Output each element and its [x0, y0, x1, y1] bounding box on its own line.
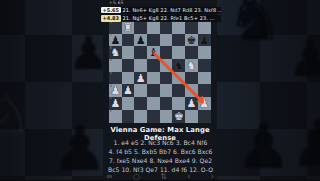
chess-board[interactable]: 8♜7♟♟♚♟6♞♝5♞♞4♟3♟♟2♟♟♟1♚ [109, 21, 211, 123]
square-b7[interactable] [122, 34, 135, 47]
rank-label: 2 [110, 97, 112, 100]
square-g2[interactable]: ♟ [185, 97, 198, 110]
square-d2[interactable] [147, 97, 160, 110]
square-b1[interactable] [122, 110, 135, 123]
square-g6[interactable] [185, 46, 198, 59]
square-d7[interactable] [147, 34, 160, 47]
square-e6[interactable] [160, 46, 173, 59]
square-h1[interactable] [198, 110, 211, 123]
piece-bP-a7: ♟ [109, 34, 122, 47]
engine-line-1[interactable]: +5.6521. Ne6+ Kg8 22. Nd7 Rd8 23. Nxf8 .… [100, 7, 221, 14]
piece-wK-f1: ♚ [172, 110, 185, 123]
engine-analysis-panel: +5.6521. Ne6+ Kg8 22. Nd7 Rd8 23. Nxf8 .… [100, 7, 221, 23]
square-a6[interactable]: 6♞ [109, 46, 122, 59]
square-a4[interactable]: 4 [109, 72, 122, 85]
piece-bP-c7: ♟ [134, 34, 147, 47]
square-b5[interactable] [122, 59, 135, 72]
playback-controls: ≡○⇅‹› [106, 172, 214, 181]
square-g3[interactable] [185, 84, 198, 97]
square-f4[interactable] [172, 72, 185, 85]
piece-wN-g5: ♞ [185, 59, 198, 72]
square-h3[interactable] [198, 84, 211, 97]
square-d5[interactable] [147, 59, 160, 72]
square-g8[interactable] [185, 21, 198, 34]
piece-bB-d6: ♝ [147, 46, 160, 59]
square-f5[interactable]: ♞ [172, 59, 185, 72]
square-e2[interactable] [160, 97, 173, 110]
square-c8[interactable] [134, 21, 147, 34]
piece-wP-a2: ♟ [109, 97, 122, 110]
square-b4[interactable] [122, 72, 135, 85]
square-g5[interactable]: ♞ [185, 59, 198, 72]
rank-label: 4 [110, 72, 112, 75]
square-d6[interactable]: ♝ [147, 46, 160, 59]
rank-label: 5 [110, 59, 112, 62]
square-d4[interactable] [147, 72, 160, 85]
square-h8[interactable] [198, 21, 211, 34]
square-h5[interactable] [198, 59, 211, 72]
square-g1[interactable] [185, 110, 198, 123]
square-g7[interactable]: ♚ [185, 34, 198, 47]
square-c4[interactable]: ♟ [134, 72, 147, 85]
square-h6[interactable] [198, 46, 211, 59]
square-g4[interactable] [185, 72, 198, 85]
square-a2[interactable]: 2♟ [109, 97, 122, 110]
square-h4[interactable] [198, 72, 211, 85]
square-h7[interactable]: ♟ [198, 34, 211, 47]
square-c6[interactable] [134, 46, 147, 59]
piece-wP-a3: ♟ [109, 84, 122, 97]
piece-bN-f5: ♞ [172, 59, 185, 72]
piece-wN-a6: ♞ [109, 46, 122, 59]
engine-line-2[interactable]: +4.8321. Ng5+ Kg8 22. Rfe1 Bc5+ 23. ... [100, 15, 221, 22]
square-a7[interactable]: 7♟ [109, 34, 122, 47]
square-d8[interactable] [147, 21, 160, 34]
square-e4[interactable] [160, 72, 173, 85]
move-list-line-2: 4. f4 b5 5. Bxb5 Bb7 6. Bxc6 Bxc6 [100, 147, 221, 156]
square-e8[interactable] [160, 21, 173, 34]
mini-eval-label: +5.65 [109, 0, 124, 5]
rank-label: 7 [110, 34, 112, 37]
square-c3[interactable] [134, 84, 147, 97]
square-d1[interactable] [147, 110, 160, 123]
piece-bK-g7: ♚ [185, 34, 198, 47]
piece-wP-g2: ♟ [185, 97, 198, 110]
back-icon[interactable]: ‹ [187, 172, 190, 181]
piece-bP-h7: ♟ [198, 34, 211, 47]
piece-wR-b8: ♜ [122, 21, 135, 34]
eval-badge: +5.65 [101, 7, 121, 13]
square-c1[interactable] [134, 110, 147, 123]
engine-moves: 21. Ng5+ Kg8 22. Rfe1 Bc5+ 23. ... [123, 15, 215, 21]
rank-label: 6 [110, 47, 112, 50]
square-e5[interactable] [160, 59, 173, 72]
square-c2[interactable] [134, 97, 147, 110]
square-a8[interactable]: 8 [109, 21, 122, 34]
square-a1[interactable]: 1 [109, 110, 122, 123]
square-e3[interactable] [160, 84, 173, 97]
square-a3[interactable]: 3♟ [109, 84, 122, 97]
rank-label: 3 [110, 85, 112, 88]
move-list-line-1: 1. e4 e5 2. Nc3 Nc6 3. Bc4 Nf6 [100, 138, 221, 147]
square-e7[interactable] [160, 34, 173, 47]
move-list-line-3: 7. fxe5 Nxe4 8. Nxe4 Bxe4 9. Qe2 [100, 156, 221, 165]
engine-moves: 21. Ne6+ Kg8 22. Nd7 Rd8 23. Nxf8 ... [123, 7, 221, 13]
menu-icon[interactable]: ≡ [106, 172, 113, 181]
square-c5[interactable] [134, 59, 147, 72]
square-f2[interactable] [172, 97, 185, 110]
analysis-icon[interactable]: ○ [133, 172, 140, 181]
rank-label: 1 [110, 110, 112, 113]
square-f8[interactable] [172, 21, 185, 34]
square-f3[interactable] [172, 84, 185, 97]
square-b6[interactable] [122, 46, 135, 59]
square-f7[interactable] [172, 34, 185, 47]
square-h2[interactable]: ♟ [198, 97, 211, 110]
square-a5[interactable]: 5 [109, 59, 122, 72]
piece-wP-c4: ♟ [134, 72, 147, 85]
eval-badge: +4.83 [101, 15, 121, 21]
square-b3[interactable]: ♟ [122, 84, 135, 97]
square-b8[interactable]: ♜ [122, 21, 135, 34]
square-f1[interactable]: ♚ [172, 110, 185, 123]
piece-wP-h2: ♟ [198, 97, 211, 110]
square-b2[interactable] [122, 97, 135, 110]
square-e1[interactable] [160, 110, 173, 123]
forward-icon[interactable]: › [211, 172, 214, 181]
square-f6[interactable] [172, 46, 185, 59]
square-d3[interactable] [147, 84, 160, 97]
piece-wP-b3: ♟ [122, 84, 135, 97]
square-c7[interactable]: ♟ [134, 34, 147, 47]
flip-board-icon[interactable]: ⇅ [160, 172, 167, 181]
move-list: 1. e4 e5 2. Nc3 Nc6 3. Bc4 Nf64. f4 b5 5… [100, 138, 221, 175]
